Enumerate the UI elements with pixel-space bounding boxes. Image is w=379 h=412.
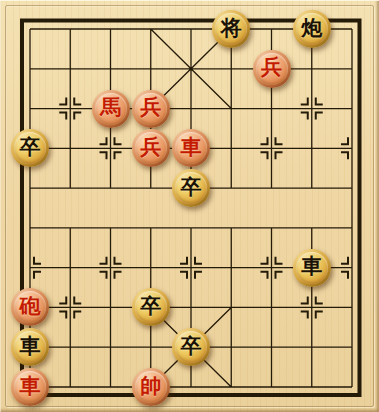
piece-red-general[interactable]: 帥 <box>132 368 170 406</box>
piece-glyph: 車 <box>301 256 322 277</box>
piece-glyph: 兵 <box>140 137 161 158</box>
piece-glyph: 車 <box>20 376 41 397</box>
piece-glyph: 兵 <box>140 97 161 118</box>
piece-glyph: 卒 <box>140 296 161 317</box>
piece-black-chariot[interactable]: 車 <box>11 328 49 366</box>
piece-face: 馬 <box>95 93 127 125</box>
piece-face: 卒 <box>175 172 207 204</box>
xiangqi-board[interactable]: 将炮兵馬兵卒兵車卒車砲卒車卒車帥 <box>0 0 379 412</box>
piece-face: 兵 <box>135 132 167 164</box>
piece-glyph: 帥 <box>140 376 161 397</box>
piece-red-horse[interactable]: 馬 <box>92 90 130 128</box>
piece-glyph: 砲 <box>20 296 41 317</box>
piece-face: 卒 <box>135 291 167 323</box>
piece-face: 将 <box>215 13 247 45</box>
piece-glyph: 兵 <box>261 57 282 78</box>
piece-red-soldier[interactable]: 兵 <box>253 50 291 88</box>
piece-face: 兵 <box>256 53 288 85</box>
piece-face: 卒 <box>175 331 207 363</box>
piece-glyph: 卒 <box>181 336 202 357</box>
piece-face: 車 <box>14 331 46 363</box>
piece-black-soldier[interactable]: 卒 <box>172 328 210 366</box>
piece-glyph: 車 <box>20 336 41 357</box>
piece-black-cannon[interactable]: 炮 <box>293 10 331 48</box>
piece-black-chariot[interactable]: 車 <box>293 249 331 287</box>
piece-face: 車 <box>14 371 46 403</box>
piece-red-soldier[interactable]: 兵 <box>132 129 170 167</box>
piece-red-soldier[interactable]: 兵 <box>132 90 170 128</box>
piece-black-general[interactable]: 将 <box>212 10 250 48</box>
piece-face: 砲 <box>14 291 46 323</box>
piece-red-chariot[interactable]: 車 <box>11 368 49 406</box>
piece-red-chariot[interactable]: 車 <box>172 129 210 167</box>
piece-face: 車 <box>296 252 328 284</box>
piece-red-cannon[interactable]: 砲 <box>11 288 49 326</box>
piece-face: 車 <box>175 132 207 164</box>
piece-glyph: 馬 <box>100 97 121 118</box>
piece-face: 帥 <box>135 371 167 403</box>
piece-face: 卒 <box>14 132 46 164</box>
piece-glyph: 炮 <box>301 18 322 39</box>
piece-glyph: 卒 <box>20 137 41 158</box>
piece-glyph: 車 <box>181 137 202 158</box>
piece-black-soldier[interactable]: 卒 <box>11 129 49 167</box>
piece-glyph: 卒 <box>181 177 202 198</box>
piece-black-soldier[interactable]: 卒 <box>172 169 210 207</box>
piece-face: 炮 <box>296 13 328 45</box>
piece-glyph: 将 <box>221 18 242 39</box>
piece-face: 兵 <box>135 93 167 125</box>
pieces-layer: 将炮兵馬兵卒兵車卒車砲卒車卒車帥 <box>0 0 379 412</box>
piece-black-soldier[interactable]: 卒 <box>132 288 170 326</box>
